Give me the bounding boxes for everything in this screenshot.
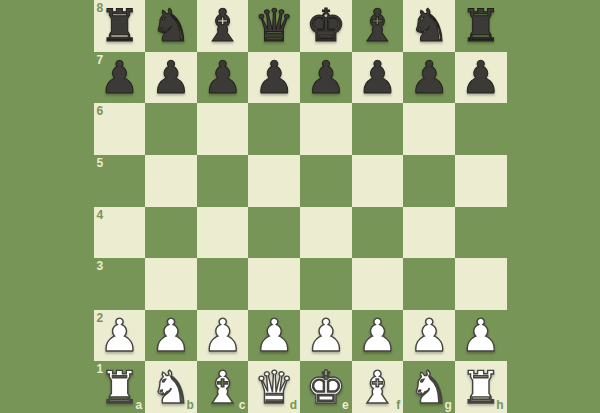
rank-label-6: 6 <box>97 105 104 117</box>
square-a1[interactable]: 1a♜ <box>94 361 146 413</box>
square-d7[interactable]: ♟ <box>248 52 300 104</box>
white-pawn[interactable]: ♟ <box>99 310 139 361</box>
white-knight[interactable]: ♞ <box>151 362 191 413</box>
black-pawn[interactable]: ♟ <box>151 52 191 103</box>
white-pawn[interactable]: ♟ <box>202 310 242 361</box>
square-f4[interactable] <box>352 207 404 259</box>
square-d5[interactable] <box>248 155 300 207</box>
square-e8[interactable]: ♚ <box>300 0 352 52</box>
white-king[interactable]: ♚ <box>306 362 346 413</box>
square-c2[interactable]: ♟ <box>197 310 249 362</box>
white-pawn[interactable]: ♟ <box>306 310 346 361</box>
rank-label-5: 5 <box>97 157 104 169</box>
square-e6[interactable] <box>300 103 352 155</box>
square-g5[interactable] <box>403 155 455 207</box>
black-pawn[interactable]: ♟ <box>306 52 346 103</box>
white-pawn[interactable]: ♟ <box>461 310 501 361</box>
square-e4[interactable] <box>300 207 352 259</box>
square-d8[interactable]: ♛ <box>248 0 300 52</box>
square-h8[interactable]: ♜ <box>455 0 507 52</box>
square-h1[interactable]: h♜ <box>455 361 507 413</box>
square-a6[interactable]: 6 <box>94 103 146 155</box>
square-b3[interactable] <box>145 258 197 310</box>
rank-label-4: 4 <box>97 209 104 221</box>
square-c7[interactable]: ♟ <box>197 52 249 104</box>
square-a5[interactable]: 5 <box>94 155 146 207</box>
square-g2[interactable]: ♟ <box>403 310 455 362</box>
white-bishop[interactable]: ♝ <box>202 362 242 413</box>
square-b5[interactable] <box>145 155 197 207</box>
square-e3[interactable] <box>300 258 352 310</box>
square-e2[interactable]: ♟ <box>300 310 352 362</box>
square-b4[interactable] <box>145 207 197 259</box>
square-c6[interactable] <box>197 103 249 155</box>
square-g4[interactable] <box>403 207 455 259</box>
square-h6[interactable] <box>455 103 507 155</box>
black-knight[interactable]: ♞ <box>409 0 449 51</box>
square-d4[interactable] <box>248 207 300 259</box>
white-pawn[interactable]: ♟ <box>254 310 294 361</box>
square-g8[interactable]: ♞ <box>403 0 455 52</box>
square-f1[interactable]: f♝ <box>352 361 404 413</box>
white-bishop[interactable]: ♝ <box>357 362 397 413</box>
rank-label-3: 3 <box>97 260 104 272</box>
white-queen[interactable]: ♛ <box>254 362 294 413</box>
square-f7[interactable]: ♟ <box>352 52 404 104</box>
black-pawn[interactable]: ♟ <box>357 52 397 103</box>
square-f6[interactable] <box>352 103 404 155</box>
black-pawn[interactable]: ♟ <box>254 52 294 103</box>
square-b6[interactable] <box>145 103 197 155</box>
square-f2[interactable]: ♟ <box>352 310 404 362</box>
square-h2[interactable]: ♟ <box>455 310 507 362</box>
white-pawn[interactable]: ♟ <box>409 310 449 361</box>
white-rook[interactable]: ♜ <box>461 362 501 413</box>
square-b1[interactable]: b♞ <box>145 361 197 413</box>
square-d1[interactable]: d♛ <box>248 361 300 413</box>
square-e7[interactable]: ♟ <box>300 52 352 104</box>
white-pawn[interactable]: ♟ <box>357 310 397 361</box>
square-f5[interactable] <box>352 155 404 207</box>
square-a7[interactable]: 7♟ <box>94 52 146 104</box>
square-h5[interactable] <box>455 155 507 207</box>
square-d6[interactable] <box>248 103 300 155</box>
square-f8[interactable]: ♝ <box>352 0 404 52</box>
square-c1[interactable]: c♝ <box>197 361 249 413</box>
square-a4[interactable]: 4 <box>94 207 146 259</box>
square-b8[interactable]: ♞ <box>145 0 197 52</box>
black-pawn[interactable]: ♟ <box>409 52 449 103</box>
chess-board: 8♜♞♝♛♚♝♞♜7♟♟♟♟♟♟♟♟65432♟♟♟♟♟♟♟♟1a♜b♞c♝d♛… <box>94 0 507 413</box>
black-rook[interactable]: ♜ <box>461 0 501 51</box>
square-c8[interactable]: ♝ <box>197 0 249 52</box>
black-knight[interactable]: ♞ <box>151 0 191 51</box>
square-a2[interactable]: 2♟ <box>94 310 146 362</box>
square-c3[interactable] <box>197 258 249 310</box>
square-g1[interactable]: g♞ <box>403 361 455 413</box>
square-c4[interactable] <box>197 207 249 259</box>
black-queen[interactable]: ♛ <box>254 0 294 51</box>
black-pawn[interactable]: ♟ <box>99 52 139 103</box>
square-a8[interactable]: 8♜ <box>94 0 146 52</box>
black-rook[interactable]: ♜ <box>99 0 139 51</box>
chess-app-screen: 8♜♞♝♛♚♝♞♜7♟♟♟♟♟♟♟♟65432♟♟♟♟♟♟♟♟1a♜b♞c♝d♛… <box>0 0 600 413</box>
square-c5[interactable] <box>197 155 249 207</box>
black-king[interactable]: ♚ <box>306 0 346 51</box>
black-bishop[interactable]: ♝ <box>202 0 242 51</box>
square-h4[interactable] <box>455 207 507 259</box>
square-b2[interactable]: ♟ <box>145 310 197 362</box>
square-h3[interactable] <box>455 258 507 310</box>
black-pawn[interactable]: ♟ <box>461 52 501 103</box>
white-knight[interactable]: ♞ <box>409 362 449 413</box>
black-bishop[interactable]: ♝ <box>357 0 397 51</box>
square-d2[interactable]: ♟ <box>248 310 300 362</box>
black-pawn[interactable]: ♟ <box>202 52 242 103</box>
white-pawn[interactable]: ♟ <box>151 310 191 361</box>
square-b7[interactable]: ♟ <box>145 52 197 104</box>
square-a3[interactable]: 3 <box>94 258 146 310</box>
square-g7[interactable]: ♟ <box>403 52 455 104</box>
square-g3[interactable] <box>403 258 455 310</box>
square-e5[interactable] <box>300 155 352 207</box>
white-rook[interactable]: ♜ <box>99 362 139 413</box>
square-f3[interactable] <box>352 258 404 310</box>
square-e1[interactable]: e♚ <box>300 361 352 413</box>
square-g6[interactable] <box>403 103 455 155</box>
square-h7[interactable]: ♟ <box>455 52 507 104</box>
square-d3[interactable] <box>248 258 300 310</box>
